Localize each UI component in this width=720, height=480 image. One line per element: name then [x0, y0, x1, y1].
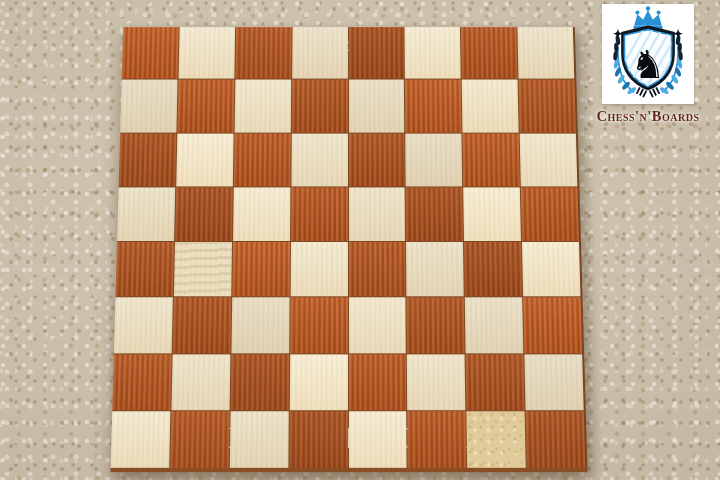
board-square: [348, 242, 405, 297]
board-square: [233, 187, 290, 241]
shield-icon: ♞: [609, 26, 685, 98]
board-square: [290, 242, 347, 297]
board-square: [522, 242, 580, 297]
board-square: [466, 354, 525, 410]
board-square: [174, 242, 232, 297]
board-square: [115, 242, 173, 297]
board-square: [464, 242, 522, 297]
board-square: [349, 80, 405, 132]
board-square: [114, 298, 173, 353]
board-square: [348, 354, 406, 410]
board-square: [230, 411, 289, 468]
board-square: [231, 298, 289, 353]
board-square: [178, 27, 234, 79]
board-square: [235, 27, 291, 79]
board-square: [407, 298, 465, 353]
board-square: [232, 242, 290, 297]
board-square: [291, 187, 348, 241]
board-square: [467, 411, 526, 468]
board-square: [519, 80, 576, 132]
brand-logo-text: Chess'n'Boards: [585, 108, 711, 125]
board-square: [523, 298, 582, 353]
board-square: [289, 411, 347, 468]
board-square: [461, 27, 517, 79]
board-square: [524, 354, 583, 410]
crest-svg: ♞: [605, 6, 691, 102]
board-square: [117, 187, 175, 241]
chess-board: Chess 'N' Boards Chess 'N' Boards: [110, 27, 587, 472]
board-square: [349, 187, 406, 241]
board-square: [349, 133, 405, 186]
board-square: [173, 298, 231, 353]
board-square: [170, 411, 229, 468]
board-square: [526, 411, 586, 468]
photo-scene: Chess 'N' Boards Chess 'N' Boards: [0, 0, 720, 480]
board-square: [291, 133, 347, 186]
board-square: [175, 187, 233, 241]
board-square: [348, 298, 406, 353]
board-square: [290, 298, 348, 353]
board-square: [408, 411, 467, 468]
board-square: [348, 411, 406, 468]
board-square: [234, 80, 290, 132]
board-square: [407, 354, 465, 410]
knight-icon: ♞: [630, 42, 665, 87]
board-square: [120, 80, 177, 132]
board-square: [518, 27, 575, 79]
board-square: [176, 133, 233, 186]
board-square: [122, 27, 179, 79]
board-square: [520, 133, 578, 186]
board-square: [112, 354, 171, 410]
board-square: [289, 354, 347, 410]
board-square: [463, 133, 520, 186]
board-square: [463, 187, 521, 241]
board-square: [462, 80, 519, 132]
board-square: [465, 298, 523, 353]
board-square: [111, 411, 171, 468]
board-square: [405, 27, 461, 79]
board-square: [177, 80, 234, 132]
board-square: [406, 187, 463, 241]
board-square: [230, 354, 288, 410]
board-square: [234, 133, 291, 186]
board-square: [119, 133, 177, 186]
board-square: [291, 80, 347, 132]
board-square: [349, 27, 405, 79]
board-square: [292, 27, 348, 79]
board-square: [405, 80, 461, 132]
brand-logo: ♞ Chess'n'Boards: [585, 4, 711, 125]
board-square: [406, 133, 463, 186]
board-square: [521, 187, 579, 241]
brand-crest: ♞: [602, 4, 694, 104]
board-square: [171, 354, 230, 410]
board-square: [406, 242, 464, 297]
